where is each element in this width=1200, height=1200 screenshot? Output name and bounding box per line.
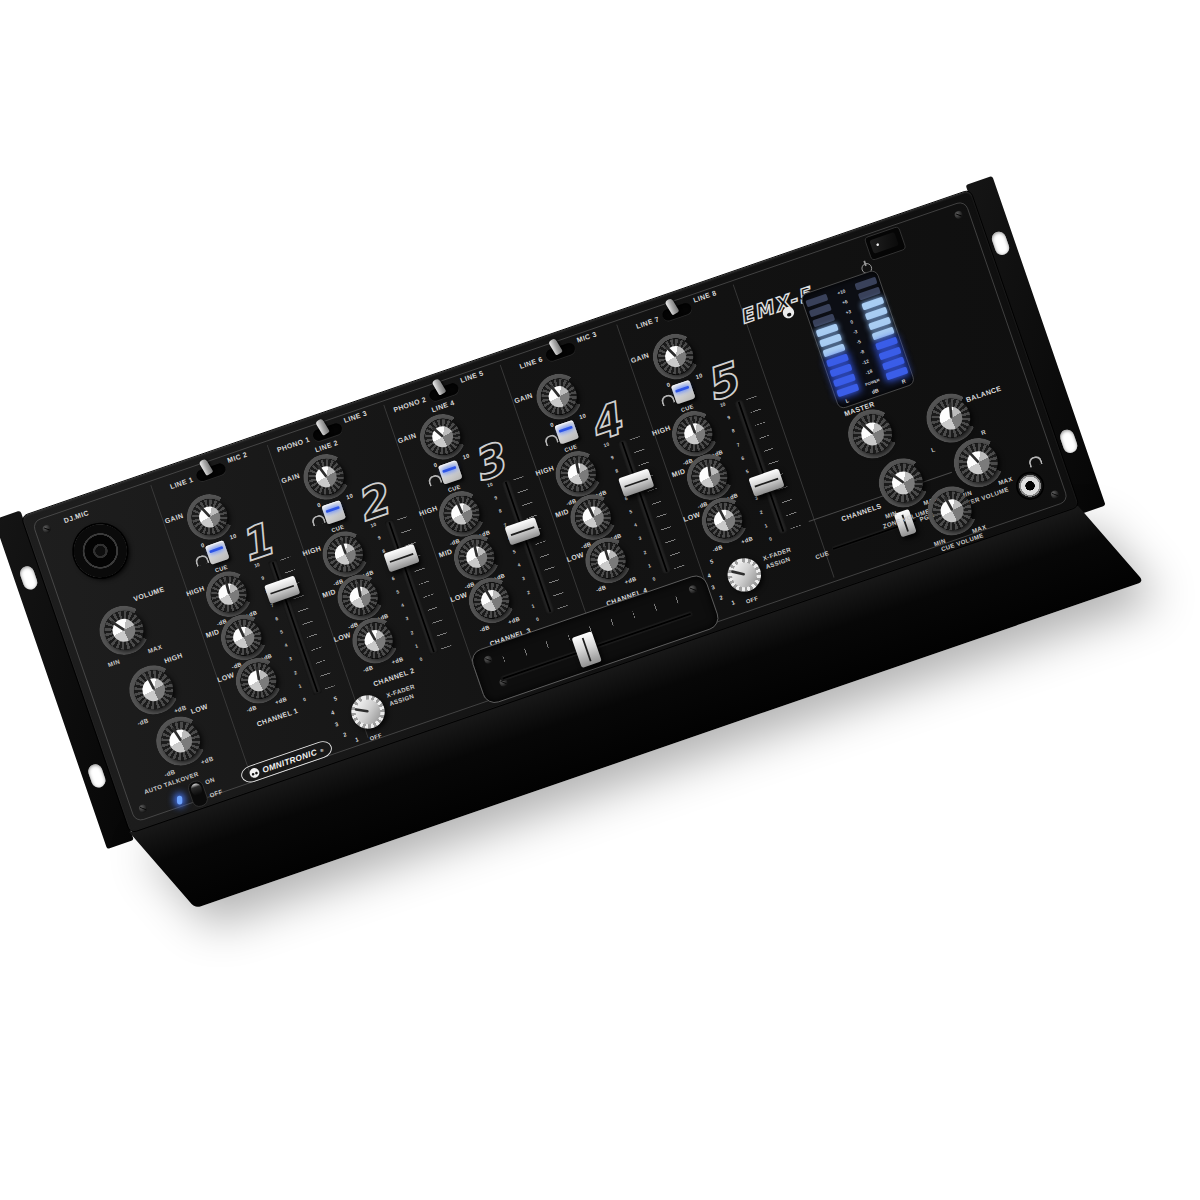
xfb-pos-2: 2 bbox=[719, 594, 724, 601]
dj-mic-label: DJ.MIC bbox=[63, 509, 90, 525]
off-mark: OFF bbox=[209, 788, 224, 798]
knob-pointer bbox=[943, 496, 953, 511]
xfb-pos-off: OFF bbox=[745, 595, 759, 605]
balance-right-mark: R bbox=[980, 429, 987, 436]
fader-scale-number: 1 bbox=[298, 683, 302, 689]
fader-scale-number: 9 bbox=[261, 575, 265, 581]
ch1-eq-low-label: LOW bbox=[216, 671, 235, 684]
eq-max: +dB bbox=[274, 696, 287, 706]
power-switch[interactable] bbox=[864, 226, 907, 261]
talkover-led bbox=[177, 796, 182, 805]
ch3-eq-low-label: LOW bbox=[449, 591, 468, 604]
knob-pointer bbox=[603, 546, 610, 561]
knob-pointer bbox=[860, 422, 873, 435]
fader-scale-number: 7 bbox=[736, 442, 740, 448]
fader-scale-number: 9 bbox=[610, 455, 614, 461]
fader-scale-number: 1 bbox=[764, 522, 768, 528]
knob-pointer bbox=[890, 473, 905, 484]
min-mark: MIN bbox=[107, 658, 121, 668]
fader-scale-number: 0 bbox=[302, 696, 306, 702]
fader-scale-number: 1 bbox=[531, 603, 535, 609]
knob-pointer bbox=[255, 666, 260, 681]
mvol-max: MAX bbox=[997, 475, 1013, 486]
fader-scale-number: 9 bbox=[727, 415, 731, 421]
ch2-gain-label: GAIN bbox=[280, 472, 301, 486]
meter-footer-db: dB bbox=[871, 387, 879, 394]
fader-scale-number: 1 bbox=[647, 562, 651, 568]
ch1-eq-mid-label: MID bbox=[205, 628, 221, 640]
ch2-eq-mid-label: MID bbox=[321, 588, 337, 600]
dj-low-label: LOW bbox=[190, 702, 209, 715]
ch1-gain-label: GAIN bbox=[164, 512, 185, 526]
fader-scale-number: 2 bbox=[526, 589, 530, 595]
fader-scale-number: 3 bbox=[288, 656, 292, 662]
ch1-input-right-label: MIC 2 bbox=[226, 451, 248, 465]
headphone-icon bbox=[1027, 455, 1043, 468]
xfader-assign-b-knob[interactable] bbox=[723, 554, 766, 597]
registered-mark: ® bbox=[319, 747, 324, 753]
ch4-eq-high-label: HIGH bbox=[535, 464, 556, 478]
ch4-eq-mid-label: MID bbox=[554, 507, 570, 519]
ch5-eq-high-label: HIGH bbox=[651, 424, 672, 438]
ch1-input-left-label: LINE 1 bbox=[169, 476, 194, 491]
knob-pointer bbox=[455, 500, 463, 514]
fader-scale-number: 5 bbox=[396, 589, 400, 595]
ch3-input-left-label: PHONO 2 bbox=[392, 395, 427, 414]
fader-scale-number: 1 bbox=[414, 643, 418, 649]
balance-label: BALANCE bbox=[965, 385, 1002, 404]
knob-pointer bbox=[967, 450, 980, 463]
fader-scale-number: 3 bbox=[405, 616, 409, 622]
fader-scale-number: 6 bbox=[275, 615, 279, 621]
knob-pointer bbox=[224, 580, 230, 595]
fader-scale-number: 4 bbox=[284, 642, 288, 648]
eq-min: -dB bbox=[362, 664, 374, 673]
ch2-eq-high-label: HIGH bbox=[302, 544, 323, 558]
eq-max: +dB bbox=[740, 535, 753, 545]
maxdb-mark: +dB bbox=[200, 755, 214, 765]
fader-scale-number: 9 bbox=[494, 495, 498, 501]
mixer-unit: DJ.MIC VOLUME MIN MAX HIGH -dB +dB LOW -… bbox=[0, 163, 1197, 1017]
fader-scale-number: 2 bbox=[643, 549, 647, 555]
on-mark: ON bbox=[204, 776, 215, 785]
fader-scale-number: 0 bbox=[768, 536, 772, 542]
ch4-input-left-label: LINE 6 bbox=[518, 355, 543, 370]
xfa-pos-3: 3 bbox=[334, 721, 339, 728]
xfa-pos-off: OFF bbox=[369, 732, 383, 742]
xfa-pos-5: 5 bbox=[333, 695, 338, 702]
mindb-mark: -dB bbox=[137, 717, 150, 727]
ch3-eq-high-label: HIGH bbox=[418, 504, 439, 518]
dj-mic-jack bbox=[67, 517, 134, 584]
dj-high-label: HIGH bbox=[163, 652, 184, 666]
screw-icon bbox=[1050, 489, 1060, 499]
meter-footer-r: R bbox=[901, 378, 906, 384]
max-mark: MAX bbox=[147, 644, 163, 655]
ch2-eq-low-label: LOW bbox=[333, 631, 352, 644]
eq-min: -dB bbox=[246, 704, 258, 713]
knob-pointer bbox=[717, 507, 726, 521]
knob-pointer bbox=[356, 583, 361, 598]
knob-pointer bbox=[236, 624, 244, 638]
xfb-pos-3: 3 bbox=[710, 584, 715, 591]
knob-pointer bbox=[110, 621, 125, 632]
fader-scale-number: 2 bbox=[410, 629, 414, 635]
fader-scale-number: 5 bbox=[279, 629, 283, 635]
knob-pointer bbox=[483, 587, 493, 601]
eq-min: -dB bbox=[711, 544, 723, 553]
fader-scale-number: 10 bbox=[486, 481, 493, 488]
fader-scale-number: 2 bbox=[759, 509, 763, 515]
knob-pointer bbox=[199, 506, 211, 518]
maxdb-mark: +dB bbox=[173, 704, 187, 714]
ch5-gain-label: GAIN bbox=[630, 351, 651, 365]
fader-scale-number: 5 bbox=[629, 509, 633, 515]
eq-min: -dB bbox=[595, 584, 607, 593]
ch5-input-left-label: LINE 7 bbox=[635, 315, 660, 330]
fader-scale-number: 5 bbox=[745, 468, 749, 474]
knob-pointer bbox=[472, 543, 478, 558]
rack-hole bbox=[990, 230, 1011, 257]
knob-pointer bbox=[339, 540, 346, 554]
fader-scale-number: 4 bbox=[517, 562, 521, 568]
ch4-input-right-label: MIC 3 bbox=[576, 330, 598, 344]
ch2-input-right-label: LINE 3 bbox=[343, 409, 368, 424]
fader-scale-number: 2 bbox=[293, 669, 297, 675]
fader-scale-number: 10 bbox=[603, 441, 610, 448]
fader-scale-number: 5 bbox=[512, 549, 516, 555]
fader-scale-number: 4 bbox=[400, 602, 404, 608]
fader-scale-number: 6 bbox=[740, 455, 744, 461]
fader-scale-number: 4 bbox=[633, 522, 637, 528]
omnitronic-alien-icon bbox=[248, 767, 260, 779]
knob-pointer bbox=[688, 420, 696, 434]
eq-max: +dB bbox=[624, 575, 637, 585]
knob-pointer bbox=[707, 463, 711, 478]
rack-hole bbox=[1058, 428, 1079, 455]
knob-pointer bbox=[549, 385, 560, 398]
dj-volume-label: VOLUME bbox=[133, 585, 166, 603]
knob-pointer bbox=[367, 627, 376, 641]
xfa-pos-2: 2 bbox=[342, 731, 347, 738]
rack-hole bbox=[18, 564, 39, 591]
ch4-gain-label: GAIN bbox=[513, 391, 534, 405]
knob-pointer bbox=[354, 708, 368, 713]
mindb-mark: -dB bbox=[163, 768, 176, 778]
eq-max: +dB bbox=[391, 655, 404, 665]
led-meter: +10+6+30-3-5-8-12-18POWER L dB R bbox=[800, 269, 916, 410]
fader-scale-number: 3 bbox=[521, 576, 525, 582]
ch2-input-left-label: PHONO 1 bbox=[276, 436, 311, 455]
xfa-pos-4: 4 bbox=[330, 709, 335, 716]
ch1-fader-label: CHANNEL 1 bbox=[256, 707, 300, 729]
cue-slider-section-label: CHANNELS bbox=[840, 502, 882, 523]
eq-max: +dB bbox=[507, 615, 520, 625]
screw-icon bbox=[42, 524, 52, 534]
knob-pointer bbox=[145, 675, 155, 690]
meter-footer-l: L bbox=[845, 398, 850, 404]
screw-icon bbox=[954, 210, 964, 220]
headphone-jack bbox=[1014, 470, 1045, 501]
xfb-pos-4: 4 bbox=[706, 572, 711, 579]
knob-pointer bbox=[316, 465, 327, 478]
ch4-eq-low-label: LOW bbox=[566, 551, 585, 564]
knob-pointer bbox=[574, 459, 579, 474]
knob-pointer bbox=[171, 727, 182, 742]
fader-scale-number: 8 bbox=[498, 508, 502, 514]
ch5-input-right-label: LINE 8 bbox=[692, 289, 717, 304]
xfb-pos-1: 1 bbox=[731, 599, 736, 606]
ch3-gain-label: GAIN bbox=[397, 431, 418, 445]
balance-left-mark: L bbox=[930, 446, 936, 453]
xfb-pos-5: 5 bbox=[709, 558, 714, 565]
fader-scale-number: 6 bbox=[391, 575, 395, 581]
fader-scale-number: 9 bbox=[377, 535, 381, 541]
fader-scale-number: 8 bbox=[615, 468, 619, 474]
brand-text: OMNITRONIC bbox=[261, 747, 318, 775]
knob-pointer bbox=[664, 345, 676, 357]
rack-hole bbox=[86, 762, 107, 789]
knob-pointer bbox=[431, 426, 444, 437]
fader-scale-number: 8 bbox=[731, 428, 735, 434]
ch5-eq-low-label: LOW bbox=[682, 510, 701, 523]
ch3-input-right-label: LINE 5 bbox=[459, 369, 484, 384]
fader-scale-number: 0 bbox=[652, 576, 656, 582]
knob-pointer bbox=[731, 571, 745, 577]
ch1-eq-high-label: HIGH bbox=[185, 584, 206, 598]
eq-min: -dB bbox=[478, 624, 490, 633]
ch3-eq-mid-label: MID bbox=[438, 547, 454, 559]
screw-icon bbox=[138, 803, 148, 813]
fader-scale-number: 0 bbox=[535, 616, 539, 622]
knob-pointer bbox=[586, 503, 594, 517]
ch5-eq-mid-label: MID bbox=[671, 467, 687, 479]
fader-scale-number: 3 bbox=[638, 536, 642, 542]
xfa-pos-1: 1 bbox=[354, 736, 359, 743]
knob-pointer bbox=[948, 402, 952, 418]
fader-scale-number: 0 bbox=[419, 656, 423, 662]
photo-stage: DJ.MIC VOLUME MIN MAX HIGH -dB +dB LOW -… bbox=[0, 0, 1200, 1200]
